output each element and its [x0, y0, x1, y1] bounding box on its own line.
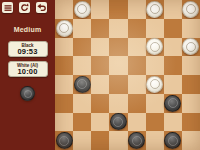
board-square[interactable]	[128, 56, 146, 75]
board-square[interactable]	[55, 131, 73, 150]
white-clock-time: 10:00	[17, 68, 37, 76]
undo-button[interactable]	[36, 2, 47, 13]
board-square	[109, 131, 127, 150]
checkers-board	[55, 0, 200, 150]
checker-black[interactable]	[164, 132, 181, 149]
checker-white[interactable]	[56, 20, 73, 37]
checker-black[interactable]	[56, 132, 73, 149]
board-square	[128, 38, 146, 57]
checker-black[interactable]	[74, 76, 91, 93]
board-square[interactable]	[91, 131, 109, 150]
sidebar: Medium Black 09:53 White (AI) 10:00	[0, 0, 55, 150]
board-square[interactable]	[91, 56, 109, 75]
board-square[interactable]	[182, 38, 200, 57]
board-square[interactable]	[73, 113, 91, 132]
checker-white[interactable]	[146, 1, 163, 18]
board-square[interactable]	[182, 75, 200, 94]
board-square	[182, 131, 200, 150]
board-square[interactable]	[164, 19, 182, 38]
board-square[interactable]	[91, 94, 109, 113]
board-square[interactable]	[91, 19, 109, 38]
undo-icon	[37, 3, 46, 12]
board-square	[91, 75, 109, 94]
board-square	[73, 56, 91, 75]
board-square[interactable]	[128, 131, 146, 150]
restart-button[interactable]	[19, 2, 30, 13]
black-clock: Black 09:53	[8, 41, 48, 57]
board-square[interactable]	[146, 75, 164, 94]
board-square[interactable]	[73, 38, 91, 57]
board-square	[109, 19, 127, 38]
board-square	[182, 19, 200, 38]
board-square	[73, 19, 91, 38]
board-square[interactable]	[109, 38, 127, 57]
checker-black[interactable]	[164, 95, 181, 112]
board-square	[164, 0, 182, 19]
board-square	[128, 0, 146, 19]
checker-white[interactable]	[182, 38, 199, 55]
board-square	[91, 0, 109, 19]
turn-indicator-black-piece	[20, 86, 35, 101]
board-square[interactable]	[109, 113, 127, 132]
board-square	[146, 131, 164, 150]
checker-white[interactable]	[146, 76, 163, 93]
board-square[interactable]	[164, 94, 182, 113]
board-square	[182, 94, 200, 113]
difficulty-label: Medium	[14, 26, 42, 34]
board-square[interactable]	[182, 113, 200, 132]
checker-black[interactable]	[128, 132, 145, 149]
board-square[interactable]	[55, 56, 73, 75]
board-square	[109, 56, 127, 75]
board-square	[146, 94, 164, 113]
board-square	[128, 113, 146, 132]
board-square[interactable]	[55, 19, 73, 38]
board-square	[73, 131, 91, 150]
board-square	[182, 56, 200, 75]
board-square[interactable]	[146, 0, 164, 19]
board-square	[128, 75, 146, 94]
board-square[interactable]	[73, 75, 91, 94]
board-square	[55, 75, 73, 94]
board-square	[91, 113, 109, 132]
board-square[interactable]	[109, 75, 127, 94]
board-square	[146, 19, 164, 38]
board-square	[164, 75, 182, 94]
board-square	[91, 38, 109, 57]
board-square[interactable]	[73, 0, 91, 19]
board-square	[164, 113, 182, 132]
checker-white[interactable]	[146, 38, 163, 55]
board-square[interactable]	[109, 0, 127, 19]
board-square	[55, 113, 73, 132]
board-square[interactable]	[128, 94, 146, 113]
white-clock: White (AI) 10:00	[8, 61, 48, 77]
board-square[interactable]	[55, 94, 73, 113]
board-grid	[55, 0, 200, 150]
board-square[interactable]	[164, 56, 182, 75]
board-square	[55, 38, 73, 57]
board-square[interactable]	[182, 0, 200, 19]
checker-white[interactable]	[182, 1, 199, 18]
board-square	[146, 56, 164, 75]
checkers-app: Medium Black 09:53 White (AI) 10:00	[0, 0, 200, 150]
black-clock-time: 09:53	[17, 48, 37, 56]
board-square[interactable]	[164, 131, 182, 150]
board-square	[164, 38, 182, 57]
board-square	[55, 0, 73, 19]
checker-black[interactable]	[110, 113, 127, 130]
checker-white[interactable]	[74, 1, 91, 18]
refresh-icon	[20, 3, 29, 12]
toolbar	[2, 2, 47, 13]
board-square[interactable]	[128, 19, 146, 38]
menu-button[interactable]	[2, 2, 13, 13]
board-square[interactable]	[146, 38, 164, 57]
menu-icon	[4, 4, 12, 12]
board-square	[73, 94, 91, 113]
board-square	[109, 94, 127, 113]
board-square[interactable]	[146, 113, 164, 132]
